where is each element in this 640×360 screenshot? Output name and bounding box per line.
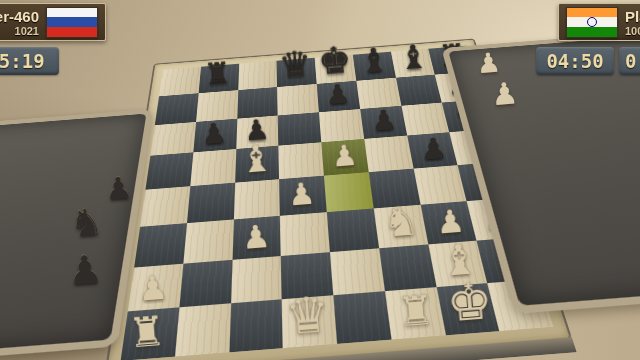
piece-bk-e8[interactable]: ♚	[314, 43, 356, 85]
square-e6[interactable]	[319, 109, 364, 143]
piece-bp-g5[interactable]: ♟	[409, 122, 457, 170]
timer-left-value: 05:19	[0, 50, 45, 72]
piece-br-b8[interactable]: ♜	[196, 52, 238, 94]
square-d8[interactable]	[277, 58, 317, 87]
ashoka-chakra-icon	[587, 17, 597, 27]
square-e8[interactable]	[315, 55, 356, 84]
player-panel-right: Pla 1000	[558, 3, 640, 41]
russia-flag	[46, 7, 98, 38]
player-left-name: yer-460	[0, 8, 39, 25]
square-f5[interactable]	[364, 136, 413, 172]
timer-right: 04:50	[536, 47, 614, 75]
square-b6[interactable]	[193, 118, 237, 152]
square-g5[interactable]	[407, 132, 458, 168]
timer-right-value: 04:50	[546, 50, 603, 72]
square-c8[interactable]	[238, 61, 277, 90]
square-d6[interactable]	[278, 112, 321, 146]
square-b8[interactable]	[198, 64, 238, 93]
square-b7[interactable]	[196, 90, 238, 122]
square-c5[interactable]	[235, 146, 280, 183]
square-a5[interactable]	[145, 153, 193, 190]
square-f6[interactable]	[360, 105, 407, 139]
piece-wp-c3[interactable]: ♟	[229, 208, 281, 260]
square-a6[interactable]	[150, 122, 196, 156]
piece-bp-b6[interactable]: ♟	[191, 108, 237, 154]
piece-wr-f1[interactable]: ♜	[387, 282, 445, 340]
square-c6[interactable]	[236, 115, 279, 149]
india-flag	[566, 7, 618, 38]
square-a7[interactable]	[155, 93, 199, 125]
game-stage: ♜♛♚♝♝♜♟♟♟♟♟♞♟♝♟♟♟♞♟♟♟♝♜♛♜♚ ♟♞♟♟♟ yer-460…	[0, 0, 640, 360]
square-b5[interactable]	[190, 149, 236, 186]
square-g8[interactable]	[390, 49, 434, 78]
square-g6[interactable]	[401, 102, 450, 135]
piece-bp-f6[interactable]: ♟	[361, 95, 407, 141]
piece-wr-a1[interactable]: ♜	[118, 303, 176, 360]
square-e5[interactable]	[321, 139, 368, 176]
piece-bq-d8[interactable]: ♛	[275, 46, 317, 88]
square-g7[interactable]	[395, 74, 441, 105]
square-f7[interactable]	[356, 78, 401, 109]
timer-right-partial: 0	[619, 47, 640, 75]
piece-wk-g1[interactable]: ♚	[440, 278, 498, 336]
square-c7[interactable]	[237, 87, 278, 119]
square-e7[interactable]	[317, 81, 360, 112]
timer-left: 05:19	[0, 47, 59, 75]
piece-bp-c6[interactable]: ♟	[233, 105, 279, 151]
player-right-name: Pla	[625, 8, 640, 25]
player-right-rating: 1000	[625, 25, 640, 37]
piece-wq-d1[interactable]: ♛	[279, 291, 337, 349]
piece-bp-e7[interactable]: ♟	[316, 70, 360, 114]
square-a8[interactable]	[159, 67, 201, 96]
timer-right-partial-value: 0	[625, 50, 636, 72]
piece-wb-c5[interactable]: ♝	[232, 136, 280, 184]
piece-bb-f8[interactable]: ♝	[353, 40, 395, 82]
player-panel-left: yer-460 1021	[0, 3, 106, 41]
piece-wp-e5[interactable]: ♟	[321, 129, 369, 177]
piece-bb-g8[interactable]: ♝	[392, 37, 434, 79]
piece-wn-f3[interactable]: ♞	[375, 196, 427, 248]
square-d7[interactable]	[277, 84, 319, 115]
square-f8[interactable]	[353, 52, 396, 81]
player-left-rating: 1021	[0, 25, 39, 37]
piece-wp-d4[interactable]: ♟	[277, 167, 327, 217]
